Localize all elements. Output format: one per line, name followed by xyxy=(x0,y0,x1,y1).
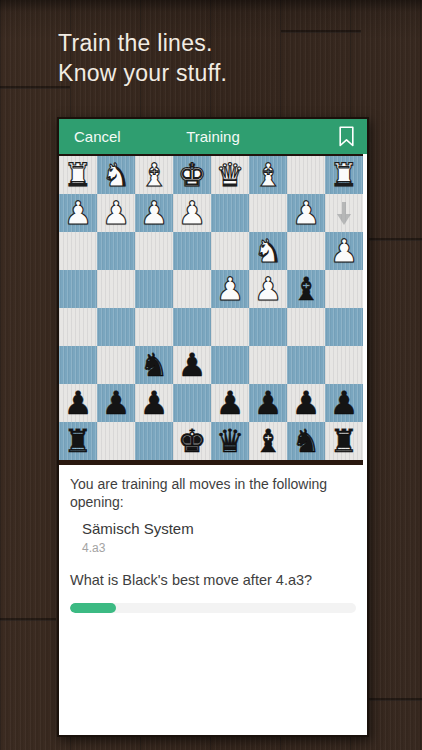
black-pawn-piece: ♟ xyxy=(178,346,207,384)
square-b1[interactable] xyxy=(287,156,325,194)
square-d6[interactable] xyxy=(211,346,249,384)
white-pawn-piece: ♟ xyxy=(254,270,283,308)
square-b7[interactable]: ♟ xyxy=(287,384,325,422)
square-c5[interactable] xyxy=(249,308,287,346)
question-panel: You are training all moves in the follow… xyxy=(59,465,367,735)
white-knight-piece: ♞ xyxy=(254,232,283,270)
black-rook-piece: ♜ xyxy=(64,422,93,460)
white-pawn-piece: ♟ xyxy=(64,194,93,232)
wood-seam xyxy=(281,30,361,33)
square-f4[interactable] xyxy=(135,270,173,308)
black-pawn-piece: ♟ xyxy=(292,384,321,422)
square-g1[interactable]: ♞ xyxy=(97,156,135,194)
square-f1[interactable]: ♝ xyxy=(135,156,173,194)
square-f3[interactable] xyxy=(135,232,173,270)
square-a5[interactable] xyxy=(325,308,363,346)
square-h5[interactable] xyxy=(59,308,97,346)
white-bishop-piece: ♝ xyxy=(140,156,169,194)
square-c3[interactable]: ♞ xyxy=(249,232,287,270)
black-rook-piece: ♜ xyxy=(330,422,359,460)
square-g5[interactable] xyxy=(97,308,135,346)
bookmark-icon[interactable] xyxy=(339,126,354,147)
square-e7[interactable] xyxy=(173,384,211,422)
square-d7[interactable]: ♟ xyxy=(211,384,249,422)
opening-name: Sämisch System xyxy=(82,519,356,538)
square-c8[interactable]: ♝ xyxy=(249,422,287,460)
black-bishop-piece: ♝ xyxy=(254,422,283,460)
square-d1[interactable]: ♛ xyxy=(211,156,249,194)
app-bar-title: Training xyxy=(59,128,367,145)
square-a6[interactable] xyxy=(325,346,363,384)
square-d2[interactable] xyxy=(211,194,249,232)
square-c7[interactable]: ♟ xyxy=(249,384,287,422)
square-h4[interactable] xyxy=(59,270,97,308)
training-card: Cancel Training ♜♞♝♚♛♝♜♟♟♟♟♟♞♟♟♟♝♞♟♟♟♟♟♟… xyxy=(57,117,369,737)
square-g7[interactable]: ♟ xyxy=(97,384,135,422)
chess-board: ♜♞♝♚♛♝♜♟♟♟♟♟♞♟♟♟♝♞♟♟♟♟♟♟♟♟♜♚♛♝♞♜ xyxy=(59,154,363,465)
square-a4[interactable] xyxy=(325,270,363,308)
square-f8[interactable] xyxy=(135,422,173,460)
square-a8[interactable]: ♜ xyxy=(325,422,363,460)
square-e2[interactable]: ♟ xyxy=(173,194,211,232)
square-c6[interactable] xyxy=(249,346,287,384)
square-b6[interactable] xyxy=(287,346,325,384)
square-h3[interactable] xyxy=(59,232,97,270)
square-b5[interactable] xyxy=(287,308,325,346)
app-bar: Cancel Training xyxy=(59,119,367,154)
white-pawn-piece: ♟ xyxy=(178,194,207,232)
black-knight-piece: ♞ xyxy=(292,422,321,460)
square-e5[interactable] xyxy=(173,308,211,346)
square-h6[interactable] xyxy=(59,346,97,384)
square-d5[interactable] xyxy=(211,308,249,346)
black-knight-piece: ♞ xyxy=(140,346,169,384)
square-e4[interactable] xyxy=(173,270,211,308)
square-h8[interactable]: ♜ xyxy=(59,422,97,460)
white-pawn-piece: ♟ xyxy=(216,270,245,308)
square-e6[interactable]: ♟ xyxy=(173,346,211,384)
progress-bar-fill xyxy=(70,603,116,613)
square-a3[interactable]: ♟ xyxy=(325,232,363,270)
square-e8[interactable]: ♚ xyxy=(173,422,211,460)
white-pawn-piece: ♟ xyxy=(140,194,169,232)
square-g6[interactable] xyxy=(97,346,135,384)
progress-bar-track xyxy=(70,603,356,613)
black-pawn-piece: ♟ xyxy=(254,384,283,422)
white-rook-piece: ♜ xyxy=(330,156,359,194)
white-pawn-piece: ♟ xyxy=(330,232,359,270)
square-c2[interactable] xyxy=(249,194,287,232)
black-pawn-piece: ♟ xyxy=(216,384,245,422)
white-bishop-piece: ♝ xyxy=(254,156,283,194)
square-g4[interactable] xyxy=(97,270,135,308)
square-a2[interactable] xyxy=(325,194,363,232)
square-f2[interactable]: ♟ xyxy=(135,194,173,232)
white-rook-piece: ♜ xyxy=(64,156,93,194)
square-g2[interactable]: ♟ xyxy=(97,194,135,232)
opening-move-sequence: 4.a3 xyxy=(82,541,356,556)
hero-tagline: Train the lines. Know your stuff. xyxy=(58,28,227,88)
question-text: What is Black's best move after 4.a3? xyxy=(70,571,356,589)
black-king-piece: ♚ xyxy=(178,422,207,460)
white-knight-piece: ♞ xyxy=(102,156,131,194)
black-pawn-piece: ♟ xyxy=(102,384,131,422)
square-b3[interactable] xyxy=(287,232,325,270)
square-a7[interactable]: ♟ xyxy=(325,384,363,422)
hero-line-1: Train the lines. xyxy=(58,28,227,58)
square-a1[interactable]: ♜ xyxy=(325,156,363,194)
black-pawn-piece: ♟ xyxy=(64,384,93,422)
white-pawn-piece: ♟ xyxy=(292,194,321,232)
square-d4[interactable]: ♟ xyxy=(211,270,249,308)
square-g3[interactable] xyxy=(97,232,135,270)
square-d3[interactable] xyxy=(211,232,249,270)
square-b4[interactable]: ♝ xyxy=(287,270,325,308)
wood-seam xyxy=(366,698,422,701)
square-h7[interactable]: ♟ xyxy=(59,384,97,422)
square-d8[interactable]: ♛ xyxy=(211,422,249,460)
square-f5[interactable] xyxy=(135,308,173,346)
square-e1[interactable]: ♚ xyxy=(173,156,211,194)
square-f6[interactable]: ♞ xyxy=(135,346,173,384)
black-pawn-piece: ♟ xyxy=(140,384,169,422)
black-pawn-piece: ♟ xyxy=(330,384,359,422)
training-intro-text: You are training all moves in the follow… xyxy=(70,473,356,511)
white-pawn-piece: ♟ xyxy=(102,194,131,232)
black-bishop-piece: ♝ xyxy=(292,270,321,308)
square-h1[interactable]: ♜ xyxy=(59,156,97,194)
last-move-arrow-icon xyxy=(334,199,354,227)
square-c1[interactable]: ♝ xyxy=(249,156,287,194)
square-f7[interactable]: ♟ xyxy=(135,384,173,422)
square-b2[interactable]: ♟ xyxy=(287,194,325,232)
square-e3[interactable] xyxy=(173,232,211,270)
white-king-piece: ♚ xyxy=(178,156,207,194)
white-queen-piece: ♛ xyxy=(216,156,245,194)
square-b8[interactable]: ♞ xyxy=(287,422,325,460)
black-queen-piece: ♛ xyxy=(216,422,245,460)
wood-seam xyxy=(0,618,56,621)
square-g8[interactable] xyxy=(97,422,135,460)
square-h2[interactable]: ♟ xyxy=(59,194,97,232)
square-c4[interactable]: ♟ xyxy=(249,270,287,308)
hero-line-2: Know your stuff. xyxy=(58,58,227,88)
